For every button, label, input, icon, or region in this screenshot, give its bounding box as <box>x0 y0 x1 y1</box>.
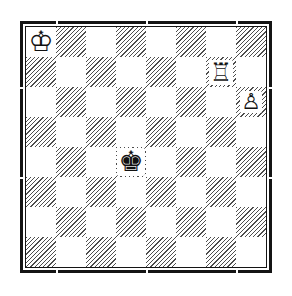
square-h6[interactable]: ♙ <box>236 87 266 117</box>
square-c5[interactable] <box>86 117 116 147</box>
border-tick <box>146 21 148 24</box>
square-g8[interactable] <box>206 27 236 57</box>
square-c6[interactable] <box>86 87 116 117</box>
chess-diagram-page: { "game": "chess", "diagram_style": "pri… <box>0 0 292 296</box>
square-g7[interactable]: ♖ <box>206 57 236 87</box>
square-h7[interactable] <box>236 57 266 87</box>
square-b8[interactable] <box>56 27 86 57</box>
border-tick <box>20 87 23 89</box>
border-tick <box>236 21 238 24</box>
border-tick <box>269 177 272 179</box>
white-pawn[interactable]: ♙ <box>240 91 262 113</box>
square-g6[interactable] <box>206 87 236 117</box>
border-tick <box>56 270 58 273</box>
square-f6[interactable] <box>176 87 206 117</box>
square-a3[interactable] <box>26 177 56 207</box>
square-c7[interactable] <box>86 57 116 87</box>
square-a6[interactable] <box>26 87 56 117</box>
board-frame: ♔♖♙♚ <box>20 21 272 273</box>
square-e5[interactable] <box>146 117 176 147</box>
square-e3[interactable] <box>146 177 176 207</box>
black-king[interactable]: ♚ <box>117 148 144 176</box>
white-rook[interactable]: ♖ <box>209 60 233 85</box>
square-g5[interactable] <box>206 117 236 147</box>
square-d3[interactable] <box>116 177 146 207</box>
square-b5[interactable] <box>56 117 86 147</box>
square-g3[interactable] <box>206 177 236 207</box>
square-d1[interactable] <box>116 237 146 267</box>
square-c2[interactable] <box>86 207 116 237</box>
square-e2[interactable] <box>146 207 176 237</box>
square-d5[interactable] <box>116 117 146 147</box>
square-h8[interactable] <box>236 27 266 57</box>
square-b1[interactable] <box>56 237 86 267</box>
square-a8[interactable]: ♔ <box>26 27 56 57</box>
square-d7[interactable] <box>116 57 146 87</box>
square-h3[interactable] <box>236 177 266 207</box>
square-f2[interactable] <box>176 207 206 237</box>
square-e6[interactable] <box>146 87 176 117</box>
square-c1[interactable] <box>86 237 116 267</box>
square-h4[interactable] <box>236 147 266 177</box>
border-tick <box>146 270 148 273</box>
square-c4[interactable] <box>86 147 116 177</box>
square-b2[interactable] <box>56 207 86 237</box>
border-tick <box>269 87 272 89</box>
border-tick <box>56 21 58 24</box>
square-a5[interactable] <box>26 117 56 147</box>
square-c8[interactable] <box>86 27 116 57</box>
board-wrap: ♔♖♙♚ <box>20 21 272 273</box>
square-b7[interactable] <box>56 57 86 87</box>
square-h1[interactable] <box>236 237 266 267</box>
square-f8[interactable] <box>176 27 206 57</box>
square-d2[interactable] <box>116 207 146 237</box>
square-f4[interactable] <box>176 147 206 177</box>
white-king[interactable]: ♔ <box>27 28 54 56</box>
square-e7[interactable] <box>146 57 176 87</box>
square-d4[interactable]: ♚ <box>116 147 146 177</box>
square-g1[interactable] <box>206 237 236 267</box>
chess-board: ♔♖♙♚ <box>26 27 266 267</box>
square-e4[interactable] <box>146 147 176 177</box>
board-inner-border: ♔♖♙♚ <box>25 26 267 268</box>
square-f3[interactable] <box>176 177 206 207</box>
square-a2[interactable] <box>26 207 56 237</box>
square-g2[interactable] <box>206 207 236 237</box>
square-h2[interactable] <box>236 207 266 237</box>
square-c3[interactable] <box>86 177 116 207</box>
square-d8[interactable] <box>116 27 146 57</box>
square-a1[interactable] <box>26 237 56 267</box>
border-tick <box>236 270 238 273</box>
square-b4[interactable] <box>56 147 86 177</box>
square-e1[interactable] <box>146 237 176 267</box>
square-f1[interactable] <box>176 237 206 267</box>
square-g4[interactable] <box>206 147 236 177</box>
square-a7[interactable] <box>26 57 56 87</box>
square-b3[interactable] <box>56 177 86 207</box>
square-f5[interactable] <box>176 117 206 147</box>
square-f7[interactable] <box>176 57 206 87</box>
square-e8[interactable] <box>146 27 176 57</box>
border-tick <box>20 177 23 179</box>
square-b6[interactable] <box>56 87 86 117</box>
square-d6[interactable] <box>116 87 146 117</box>
square-a4[interactable] <box>26 147 56 177</box>
square-h5[interactable] <box>236 117 266 147</box>
